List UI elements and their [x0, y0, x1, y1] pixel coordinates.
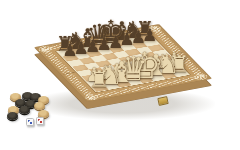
product-photo-stage: ♜♞♝♛♚♝♞♜♟♟♟♟♟♟♟♟♟♟♟♟♟♟♟♟♜♞♝♛♚♝♞♜ [0, 0, 240, 150]
checker-light [34, 102, 45, 110]
die [36, 117, 44, 125]
die [26, 118, 34, 126]
checker-black [19, 106, 30, 114]
checker-black [7, 112, 18, 120]
